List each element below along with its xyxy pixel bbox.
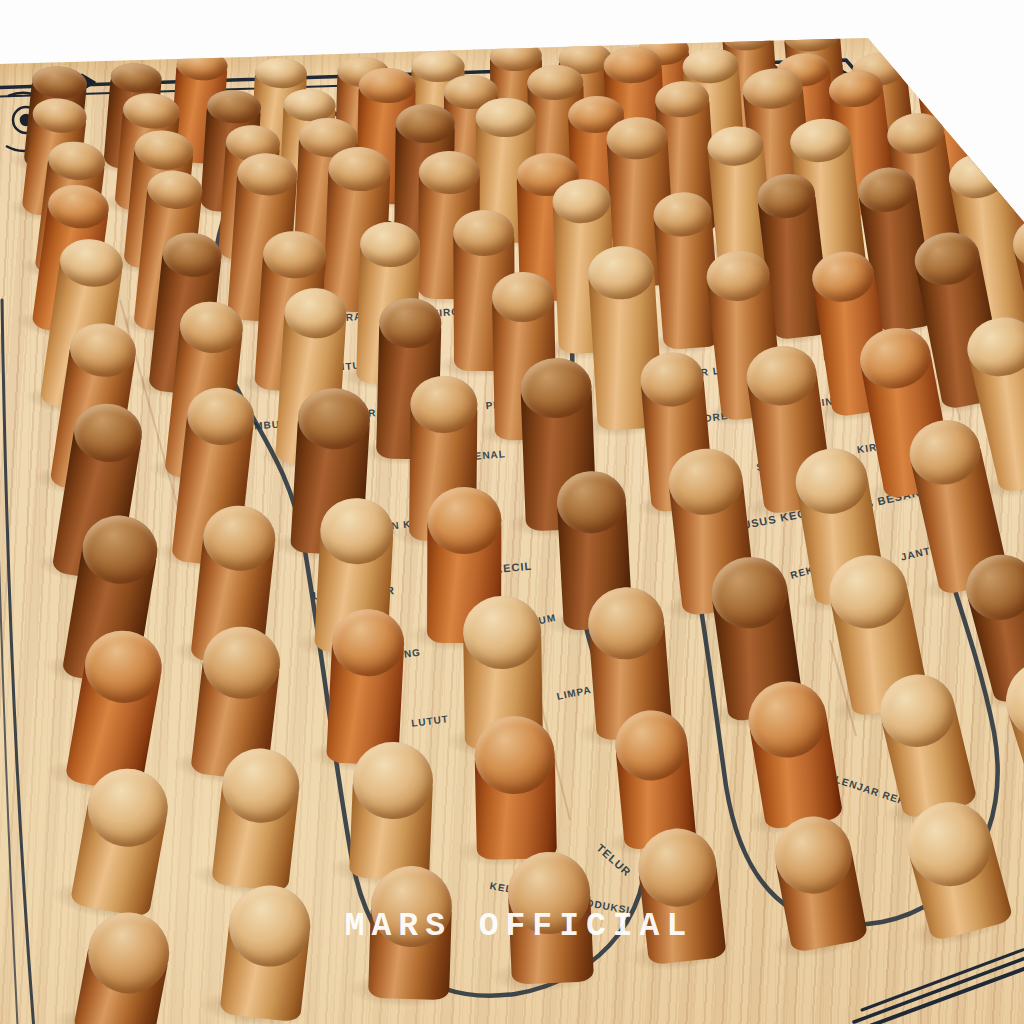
watermark-text: MARS OFFICIAL: [345, 908, 693, 945]
peg-r9c5[interactable]: [743, 675, 844, 829]
peg-r10c5[interactable]: [768, 810, 868, 953]
peg-r9c1[interactable]: [212, 745, 304, 892]
peg-cap: [914, 55, 975, 100]
peg-cap: [491, 271, 554, 322]
reflexology-peg-board: DAHIDAHIDAHIKEPALAKEPALAOTAKKUPINGOTOTOT…: [0, 0, 1024, 1024]
peg-cap: [462, 595, 541, 669]
peg-shadow: [994, 751, 1024, 833]
reflexology-board-photo: DAHIDAHIDAHIKEPALAKEPALAOTAKKUPINGOTOTOT…: [0, 0, 1024, 1024]
peg-grid: [0, 0, 1024, 1024]
peg-cap: [396, 103, 456, 143]
peg-r9c3[interactable]: [474, 715, 557, 859]
peg-r9c7[interactable]: [996, 650, 1024, 809]
peg-r10c0[interactable]: [72, 906, 176, 1024]
peg-r10c6[interactable]: [898, 793, 1014, 942]
peg-cap: [453, 210, 515, 256]
peg-cap: [979, 109, 1024, 159]
peg-cap: [359, 221, 420, 268]
peg-r9c2[interactable]: [349, 741, 434, 881]
peg-cap: [427, 487, 501, 554]
peg-cap: [418, 151, 479, 194]
peg-r10c1[interactable]: [219, 881, 314, 1022]
peg-cap: [475, 98, 535, 138]
